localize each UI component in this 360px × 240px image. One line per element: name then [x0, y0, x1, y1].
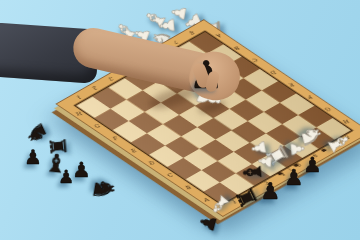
white-bishop-fallen[interactable]: ♝ — [322, 126, 356, 159]
black-pawn-standing[interactable]: ♟ — [24, 147, 42, 167]
black-pawn-standing[interactable]: ♟ — [72, 160, 91, 181]
black-pawn-standing[interactable]: ♟ — [58, 168, 74, 186]
black-knight-fallen[interactable]: ♞ — [89, 175, 120, 204]
black-rook-fallen[interactable]: ♜ — [233, 183, 263, 211]
black-pawn-standing[interactable]: ♟ — [303, 155, 322, 176]
black-pawn-standing[interactable]: ♟ — [284, 167, 304, 189]
black-pawn-standing[interactable]: ♟ — [260, 180, 281, 203]
photo-scene: ♝♟♝♟♟♞♟♜ 11HA22GB33FC44ED55DE66CF77BG88A… — [0, 0, 360, 240]
black-pawn-fallen[interactable]: ♟ — [196, 212, 220, 235]
black-bishop-fallen[interactable]: ♝ — [240, 160, 266, 184]
